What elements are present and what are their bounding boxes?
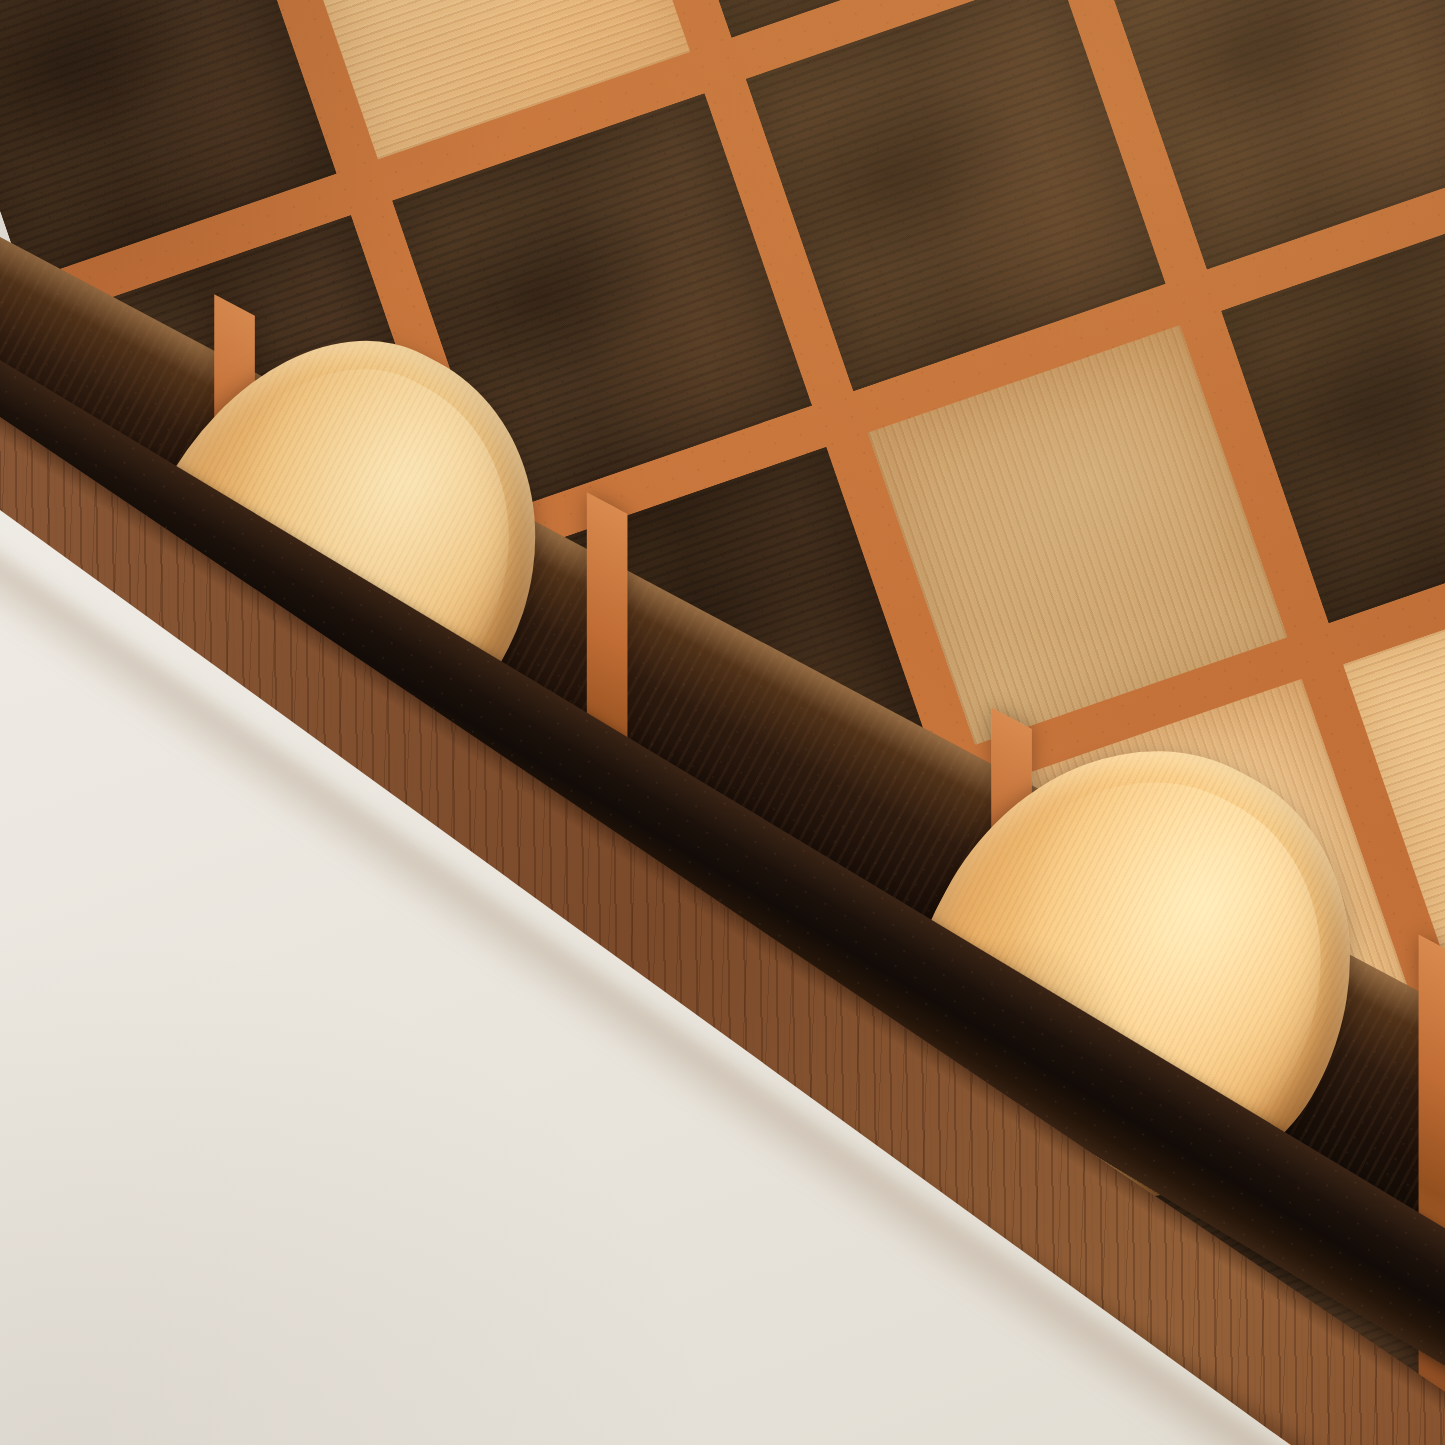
checker-square-walnut [746,0,1165,391]
photo-canvas [0,0,1445,1445]
checker-square-maple [868,325,1287,744]
checker-square-walnut [1100,0,1445,269]
